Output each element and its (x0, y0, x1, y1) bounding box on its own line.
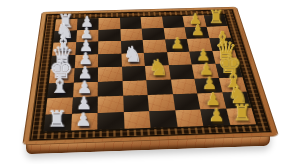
square-a5 (141, 17, 164, 29)
piece-white-rook-h1: ♜ (47, 108, 67, 131)
square-e6 (168, 65, 194, 80)
square-h7: ♟ (200, 108, 230, 126)
square-c5 (143, 40, 167, 53)
square-e5: ♞ (145, 65, 170, 80)
square-h3 (97, 112, 124, 130)
square-h5 (149, 110, 177, 128)
square-b4 (120, 28, 143, 41)
square-c3 (98, 41, 121, 54)
square-d4: ♞ (121, 53, 145, 67)
square-d3 (98, 53, 122, 67)
square-d6 (167, 51, 192, 65)
square-f4 (122, 80, 148, 96)
square-a8: ♜ (203, 15, 227, 27)
square-f3 (98, 81, 123, 97)
square-e3 (98, 67, 122, 82)
square-a6 (162, 16, 185, 28)
square-f6 (170, 79, 197, 95)
chess-board: ♜♟♟♜♞♟♟♝♟♟♝♛♟♞♟♛♚♟♞♟♚♝♟♟♝♟♟♞♜♟♟♜ (41, 14, 258, 133)
square-a3 (98, 18, 120, 30)
square-g6 (172, 93, 200, 110)
square-b3 (98, 29, 120, 42)
square-b5 (142, 28, 165, 40)
square-f5 (146, 79, 172, 95)
piece-black-pawn-b7: ♟ (191, 23, 204, 38)
square-f1: ♝ (47, 82, 73, 98)
carved-border: ♜♟♟♜♞♟♟♝♟♟♝♛♟♞♟♛♚♟♞♟♚♝♟♟♝♟♟♞♜♟♟♜ (30, 10, 271, 141)
square-g5 (148, 94, 175, 111)
piece-white-bishop-f1: ♝ (49, 74, 70, 97)
square-b7: ♟ (185, 27, 209, 39)
piece-black-pawn-h7: ♟ (208, 107, 224, 125)
board-lid: ♜♟♟♜♞♟♟♝♟♟♝♛♟♞♟♛♚♟♞♟♚♝♟♟♝♟♟♞♜♟♟♜ (24, 7, 278, 144)
square-c6: ♟ (165, 39, 189, 52)
product-photo: ♜♟♟♜♞♟♟♝♟♟♝♛♟♞♟♛♚♟♞♟♚♝♟♟♝♟♟♞♜♟♟♜ (0, 0, 290, 164)
square-g3 (97, 96, 123, 113)
piece-black-pawn-c6: ♟ (171, 36, 185, 51)
piece-white-knight-d4: ♞ (123, 44, 143, 66)
square-a4 (120, 17, 142, 29)
piece-white-pawn-h2: ♟ (76, 111, 92, 129)
piece-black-knight-e5: ♞ (148, 56, 168, 79)
piece-black-rook-a8: ♜ (208, 7, 224, 25)
square-g4 (123, 95, 149, 112)
square-h2: ♟ (71, 113, 98, 131)
square-e4 (121, 66, 146, 81)
piece-black-rook-h8: ♜ (233, 101, 253, 123)
square-h8: ♜ (226, 107, 256, 125)
square-h4 (123, 111, 150, 129)
square-h1: ♜ (44, 113, 72, 131)
square-h6 (175, 109, 204, 127)
